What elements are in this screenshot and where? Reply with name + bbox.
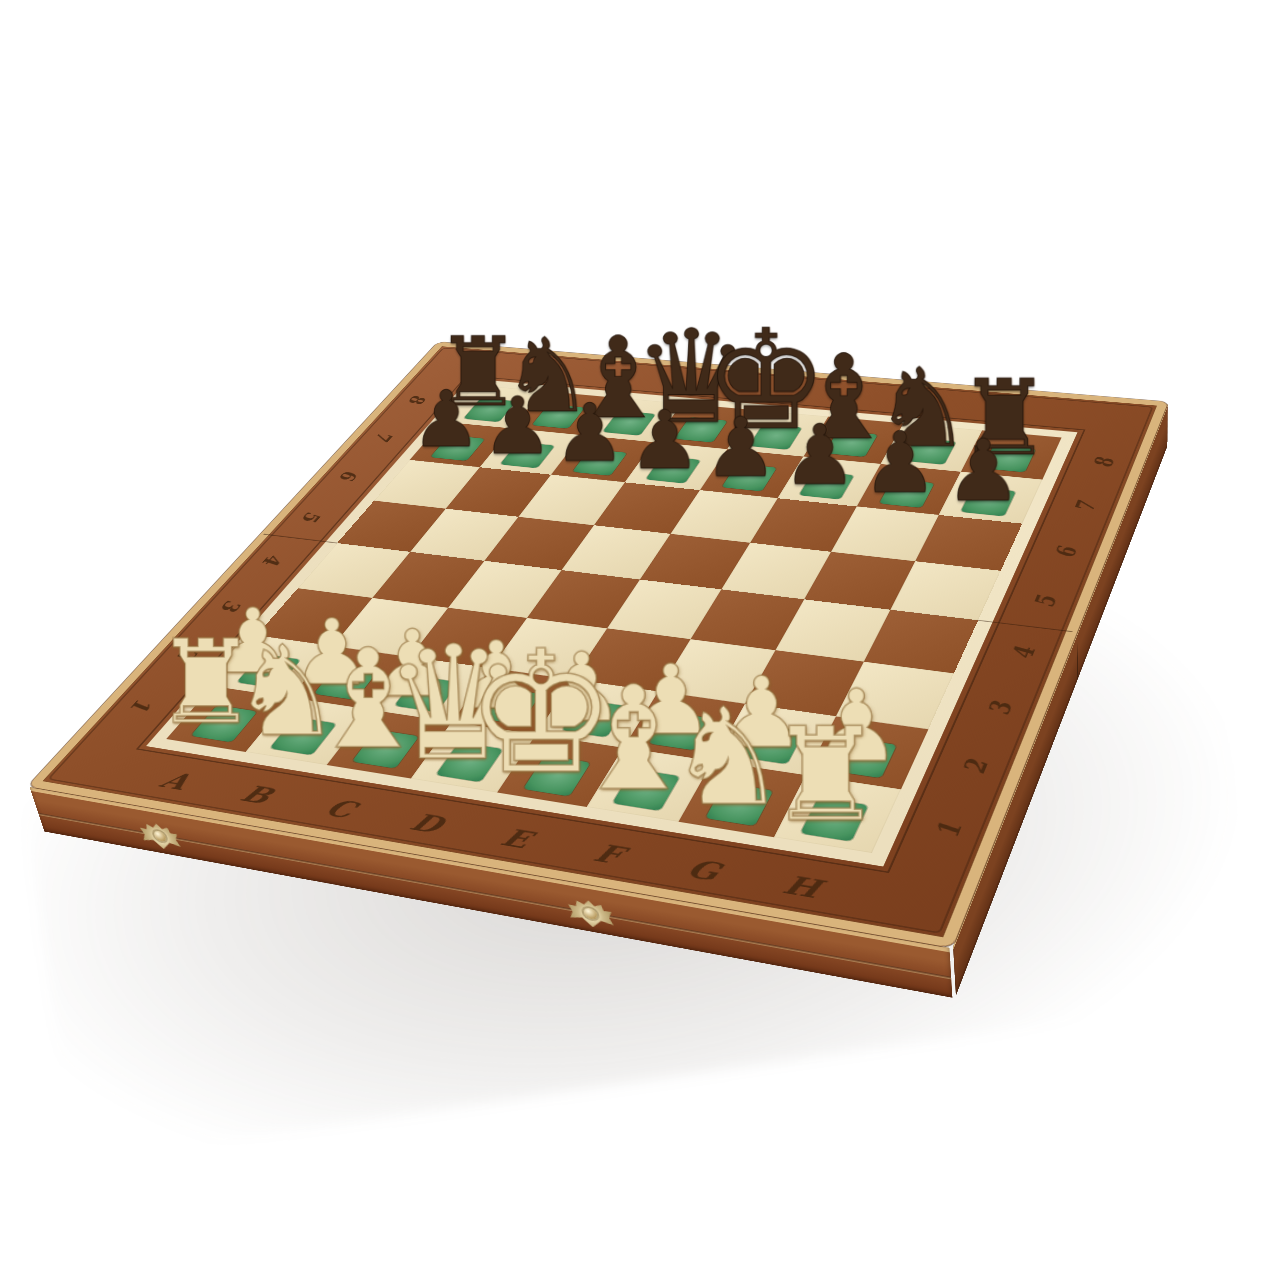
file-label-a: A	[154, 767, 197, 795]
piece-black-pawn: ♟	[554, 393, 626, 473]
rank-label-left-6: 6	[333, 470, 364, 481]
piece-black-pawn: ♟	[482, 386, 553, 465]
chess-box: ♜♞♝♛♚♝♞♜♟♟♟♟♟♟♟♟♟♟♟♟♟♟♟♟♜♞♝♛♚♝♞♜ ABCDEFG…	[143, 83, 1137, 1077]
piece-black-pawn: ♟	[782, 413, 857, 496]
rank-label-right-2: 2	[956, 759, 995, 777]
piece-black-pawn: ♟	[862, 421, 938, 505]
rank-label-right-5: 5	[1027, 594, 1063, 608]
file-label-c: C	[319, 794, 362, 823]
brass-clasp-right	[567, 897, 615, 932]
piece-black-pawn: ♟	[411, 380, 481, 458]
file-label-e: E	[495, 823, 537, 854]
file-label-f: F	[589, 839, 629, 870]
rank-label-left-4: 4	[256, 553, 289, 565]
file-label-g: G	[681, 854, 726, 887]
piece-black-pawn: ♟	[945, 428, 1022, 513]
product-photo-scene: ♜♞♝♛♚♝♞♜♟♟♟♟♟♟♟♟♟♟♟♟♟♟♟♟♜♞♝♛♚♝♞♜ ABCDEFG…	[0, 0, 1280, 1280]
rank-label-right-3: 3	[981, 700, 1019, 716]
rank-label-right-4: 4	[1005, 646, 1042, 661]
rank-label-right-8: 8	[1087, 457, 1120, 469]
file-label-b: B	[234, 780, 279, 809]
piece-white-rook: ♜	[767, 711, 883, 840]
chess-board: ♜♞♝♛♚♝♞♜♟♟♟♟♟♟♟♟♟♟♟♟♟♟♟♟♜♞♝♛♚♝♞♜ ABCDEFG…	[27, 342, 1168, 948]
piece-black-pawn: ♟	[704, 406, 778, 488]
rank-label-left-5: 5	[296, 511, 328, 523]
rank-label-left-7: 7	[369, 431, 400, 441]
rank-label-right-7: 7	[1069, 500, 1103, 512]
rank-label-right-1: 1	[929, 821, 970, 840]
file-label-d: D	[404, 808, 449, 838]
box-fold-seam-side	[1077, 632, 1078, 680]
square-h1: ♜	[774, 775, 901, 853]
file-label-h: H	[778, 870, 826, 904]
piece-black-pawn: ♟	[628, 400, 701, 481]
brass-clasp-left	[138, 820, 183, 852]
rank-label-right-6: 6	[1049, 546, 1084, 559]
